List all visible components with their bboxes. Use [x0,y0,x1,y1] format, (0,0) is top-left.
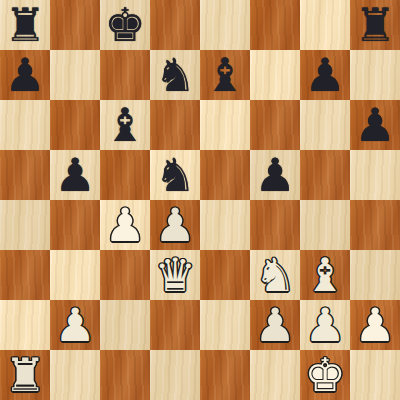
white-pawn[interactable]: ♟ [154,200,195,250]
square-e1[interactable] [200,350,250,400]
square-b7[interactable] [50,50,100,100]
white-king[interactable]: ♚ [304,350,345,400]
square-e5[interactable] [200,150,250,200]
square-d4[interactable]: ♟ [150,200,200,250]
white-pawn[interactable]: ♟ [104,200,145,250]
square-h8[interactable]: ♜ [350,0,400,50]
square-h7[interactable] [350,50,400,100]
square-d6[interactable] [150,100,200,150]
square-c8[interactable]: ♚ [100,0,150,50]
black-pawn[interactable]: ♟ [54,150,95,200]
square-f2[interactable]: ♟ [250,300,300,350]
black-pawn[interactable]: ♟ [254,150,295,200]
square-g5[interactable] [300,150,350,200]
square-h4[interactable] [350,200,400,250]
square-f8[interactable] [250,0,300,50]
black-pawn[interactable]: ♟ [354,100,395,150]
square-a7[interactable]: ♟ [0,50,50,100]
white-knight[interactable]: ♞ [254,250,295,300]
square-a6[interactable] [0,100,50,150]
black-pawn[interactable]: ♟ [304,50,345,100]
square-c7[interactable] [100,50,150,100]
square-c2[interactable] [100,300,150,350]
square-c3[interactable] [100,250,150,300]
square-b1[interactable] [50,350,100,400]
square-b5[interactable]: ♟ [50,150,100,200]
square-f7[interactable] [250,50,300,100]
square-f4[interactable] [250,200,300,250]
square-b8[interactable] [50,0,100,50]
chess-board: ♜♚♜♟♞♝♟♝♟♟♞♟♟♟♛♞♝♟♟♟♟♜♚ [0,0,400,400]
square-d7[interactable]: ♞ [150,50,200,100]
black-knight[interactable]: ♞ [154,50,195,100]
square-f5[interactable]: ♟ [250,150,300,200]
square-h3[interactable] [350,250,400,300]
square-c4[interactable]: ♟ [100,200,150,250]
square-d5[interactable]: ♞ [150,150,200,200]
black-pawn[interactable]: ♟ [4,50,45,100]
square-c1[interactable] [100,350,150,400]
square-h1[interactable] [350,350,400,400]
white-pawn[interactable]: ♟ [54,300,95,350]
white-pawn[interactable]: ♟ [304,300,345,350]
square-d1[interactable] [150,350,200,400]
square-h2[interactable]: ♟ [350,300,400,350]
square-f1[interactable] [250,350,300,400]
square-a8[interactable]: ♜ [0,0,50,50]
square-f3[interactable]: ♞ [250,250,300,300]
square-a1[interactable]: ♜ [0,350,50,400]
square-a4[interactable] [0,200,50,250]
square-d8[interactable] [150,0,200,50]
white-pawn[interactable]: ♟ [354,300,395,350]
square-a2[interactable] [0,300,50,350]
black-bishop[interactable]: ♝ [204,50,245,100]
square-c6[interactable]: ♝ [100,100,150,150]
square-c5[interactable] [100,150,150,200]
square-g6[interactable] [300,100,350,150]
square-a5[interactable] [0,150,50,200]
square-g4[interactable] [300,200,350,250]
square-e3[interactable] [200,250,250,300]
square-e4[interactable] [200,200,250,250]
square-e6[interactable] [200,100,250,150]
white-pawn[interactable]: ♟ [254,300,295,350]
square-e7[interactable]: ♝ [200,50,250,100]
white-bishop[interactable]: ♝ [304,250,345,300]
square-b6[interactable] [50,100,100,150]
square-g3[interactable]: ♝ [300,250,350,300]
square-g7[interactable]: ♟ [300,50,350,100]
black-rook[interactable]: ♜ [354,0,395,50]
black-king[interactable]: ♚ [104,0,145,50]
square-h5[interactable] [350,150,400,200]
black-rook[interactable]: ♜ [4,0,45,50]
square-e2[interactable] [200,300,250,350]
square-b3[interactable] [50,250,100,300]
square-g8[interactable] [300,0,350,50]
white-rook[interactable]: ♜ [4,350,45,400]
square-h6[interactable]: ♟ [350,100,400,150]
square-d3[interactable]: ♛ [150,250,200,300]
square-b4[interactable] [50,200,100,250]
square-b2[interactable]: ♟ [50,300,100,350]
square-d2[interactable] [150,300,200,350]
square-g2[interactable]: ♟ [300,300,350,350]
square-g1[interactable]: ♚ [300,350,350,400]
square-e8[interactable] [200,0,250,50]
white-queen[interactable]: ♛ [154,250,195,300]
black-bishop[interactable]: ♝ [104,100,145,150]
square-a3[interactable] [0,250,50,300]
square-f6[interactable] [250,100,300,150]
black-knight[interactable]: ♞ [154,150,195,200]
